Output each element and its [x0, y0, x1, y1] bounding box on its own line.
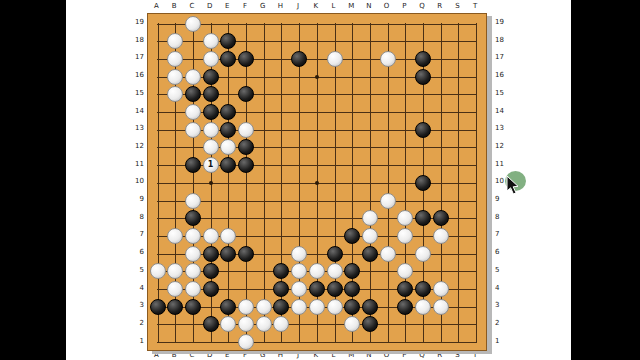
stone-black-N2[interactable] [362, 316, 378, 332]
coord-label-R: R [431, 351, 449, 360]
stone-black-E17[interactable] [220, 51, 236, 67]
coord-label-4: 4 [130, 284, 144, 293]
coord-label-M: M [342, 2, 360, 11]
stone-black-Q13[interactable] [415, 122, 431, 138]
stone-black-Q10[interactable] [415, 175, 431, 191]
star-point-D10 [209, 181, 213, 185]
coord-label-4: 4 [495, 284, 509, 293]
stone-black-D6[interactable] [203, 246, 219, 262]
coord-label-T: T [466, 2, 484, 11]
stone-white-F1[interactable] [238, 334, 254, 350]
coord-label-D: D [201, 351, 219, 360]
stone-white-M2[interactable] [344, 316, 360, 332]
stone-black-C3[interactable] [185, 299, 201, 315]
stone-white-P5[interactable] [397, 263, 413, 279]
stone-white-G2[interactable] [256, 316, 272, 332]
stone-black-M4[interactable] [344, 281, 360, 297]
stone-black-D4[interactable] [203, 281, 219, 297]
stone-white-D12[interactable] [203, 139, 219, 155]
coord-label-11: 11 [130, 160, 144, 169]
coord-label-J: J [289, 351, 307, 360]
stone-white-O17[interactable] [380, 51, 396, 67]
coord-label-F: F [236, 2, 254, 11]
stone-white-D7[interactable] [203, 228, 219, 244]
coord-label-19: 19 [495, 18, 509, 27]
stone-white-C7[interactable] [185, 228, 201, 244]
coord-label-G: G [254, 351, 272, 360]
stone-black-Q4[interactable] [415, 281, 431, 297]
coord-label-L: L [325, 2, 343, 11]
grid-line-horizontal [157, 342, 477, 343]
coord-label-Q: Q [413, 2, 431, 11]
stone-white-J4[interactable] [291, 281, 307, 297]
coord-label-12: 12 [130, 142, 144, 151]
coord-label-J: J [289, 2, 307, 11]
stone-white-J6[interactable] [291, 246, 307, 262]
coord-label-18: 18 [130, 36, 144, 45]
right-black-bar [571, 0, 640, 360]
coord-label-1: 1 [130, 337, 144, 346]
stone-black-N6[interactable] [362, 246, 378, 262]
stone-white-D18[interactable] [203, 33, 219, 49]
stone-white-Q6[interactable] [415, 246, 431, 262]
stone-black-H5[interactable] [273, 263, 289, 279]
stone-black-D15[interactable] [203, 86, 219, 102]
coord-label-Q: Q [413, 351, 431, 360]
stone-black-F11[interactable] [238, 157, 254, 173]
stone-black-E18[interactable] [220, 33, 236, 49]
coord-label-L: L [325, 351, 343, 360]
stone-white-J5[interactable] [291, 263, 307, 279]
coord-label-10: 10 [130, 177, 144, 186]
coord-label-15: 15 [495, 89, 509, 98]
coord-label-S: S [448, 351, 466, 360]
stone-black-H4[interactable] [273, 281, 289, 297]
stone-black-Q16[interactable] [415, 69, 431, 85]
stone-white-H2[interactable] [273, 316, 289, 332]
stone-white-D17[interactable] [203, 51, 219, 67]
coord-label-6: 6 [495, 248, 509, 257]
stone-white-B5[interactable] [167, 263, 183, 279]
star-point-K10 [315, 181, 319, 185]
stone-white-F3[interactable] [238, 299, 254, 315]
go-board[interactable]: 1 [147, 13, 487, 351]
stone-white-B17[interactable] [167, 51, 183, 67]
coord-label-P: P [395, 351, 413, 360]
stone-black-E13[interactable] [220, 122, 236, 138]
stone-black-D2[interactable] [203, 316, 219, 332]
left-black-bar [0, 0, 66, 360]
stone-white-R4[interactable] [433, 281, 449, 297]
stone-black-D14[interactable] [203, 104, 219, 120]
coord-label-B: B [165, 351, 183, 360]
coord-label-16: 16 [495, 71, 509, 80]
stone-white-R7[interactable] [433, 228, 449, 244]
stone-black-F17[interactable] [238, 51, 254, 67]
stone-white-K3[interactable] [309, 299, 325, 315]
coord-label-9: 9 [495, 195, 509, 204]
coord-label-D: D [201, 2, 219, 11]
stone-white-C13[interactable] [185, 122, 201, 138]
coord-label-H: H [271, 351, 289, 360]
coord-label-7: 7 [130, 230, 144, 239]
coord-label-2: 2 [130, 319, 144, 328]
stone-white-D11-move-1[interactable]: 1 [203, 157, 219, 173]
coord-label-N: N [360, 2, 378, 11]
screen: { "app": { "page_background": "#ffffff",… [0, 0, 640, 360]
stone-black-N3[interactable] [362, 299, 378, 315]
grid-line-horizontal [157, 201, 477, 202]
stone-black-Q8[interactable] [415, 210, 431, 226]
stone-black-E11[interactable] [220, 157, 236, 173]
coord-label-6: 6 [130, 248, 144, 257]
coord-label-P: P [395, 2, 413, 11]
stone-white-O6[interactable] [380, 246, 396, 262]
stone-black-E6[interactable] [220, 246, 236, 262]
coord-label-C: C [183, 2, 201, 11]
stone-black-R8[interactable] [433, 210, 449, 226]
coord-label-7: 7 [495, 230, 509, 239]
stone-black-D5[interactable] [203, 263, 219, 279]
stone-white-P7[interactable] [397, 228, 413, 244]
stone-white-K5[interactable] [309, 263, 325, 279]
coord-label-K: K [307, 351, 325, 360]
coord-label-O: O [378, 351, 396, 360]
coord-label-13: 13 [130, 124, 144, 133]
stone-white-E7[interactable] [220, 228, 236, 244]
coord-label-8: 8 [495, 213, 509, 222]
stone-white-G3[interactable] [256, 299, 272, 315]
coord-label-M: M [342, 351, 360, 360]
coord-label-H: H [271, 2, 289, 11]
stone-white-N8[interactable] [362, 210, 378, 226]
coord-label-14: 14 [495, 107, 509, 116]
stone-white-D13[interactable] [203, 122, 219, 138]
stone-black-D16[interactable] [203, 69, 219, 85]
stone-white-L5[interactable] [327, 263, 343, 279]
grid-line-vertical [388, 23, 389, 343]
stone-white-E2[interactable] [220, 316, 236, 332]
coord-label-K: K [307, 2, 325, 11]
mouse-cursor-icon [506, 176, 520, 196]
stone-white-B18[interactable] [167, 33, 183, 49]
stone-white-B4[interactable] [167, 281, 183, 297]
coord-label-12: 12 [495, 142, 509, 151]
stone-white-C9[interactable] [185, 193, 201, 209]
stone-white-L3[interactable] [327, 299, 343, 315]
stone-black-Q17[interactable] [415, 51, 431, 67]
coord-label-1: 1 [495, 337, 509, 346]
coord-label-T: T [466, 351, 484, 360]
coord-label-A: A [148, 351, 166, 360]
coord-label-E: E [218, 351, 236, 360]
grid-line-vertical [458, 23, 459, 343]
stone-white-O9[interactable] [380, 193, 396, 209]
stone-white-B16[interactable] [167, 69, 183, 85]
stone-white-R3[interactable] [433, 299, 449, 315]
coord-label-5: 5 [495, 266, 509, 275]
coord-label-14: 14 [130, 107, 144, 116]
coord-label-15: 15 [130, 89, 144, 98]
coord-label-16: 16 [130, 71, 144, 80]
stone-white-L17[interactable] [327, 51, 343, 67]
grid-line-vertical [370, 23, 371, 343]
coord-label-11: 11 [495, 160, 509, 169]
coord-label-R: R [431, 2, 449, 11]
stone-white-C16[interactable] [185, 69, 201, 85]
stone-black-E14[interactable] [220, 104, 236, 120]
stone-black-C8[interactable] [185, 210, 201, 226]
coord-label-8: 8 [130, 213, 144, 222]
stone-white-A5[interactable] [150, 263, 166, 279]
stone-black-F6[interactable] [238, 246, 254, 262]
coord-label-B: B [165, 2, 183, 11]
coord-label-E: E [218, 2, 236, 11]
stone-black-H3[interactable] [273, 299, 289, 315]
coord-label-O: O [378, 2, 396, 11]
coord-label-A: A [148, 2, 166, 11]
coord-label-3: 3 [495, 301, 509, 310]
coord-label-5: 5 [130, 266, 144, 275]
stone-black-A3[interactable] [150, 299, 166, 315]
coord-label-G: G [254, 2, 272, 11]
stone-black-L6[interactable] [327, 246, 343, 262]
coord-label-N: N [360, 351, 378, 360]
stone-black-P4[interactable] [397, 281, 413, 297]
stone-black-M7[interactable] [344, 228, 360, 244]
stone-black-E3[interactable] [220, 299, 236, 315]
stone-white-Q3[interactable] [415, 299, 431, 315]
stone-black-C11[interactable] [185, 157, 201, 173]
stone-white-C5[interactable] [185, 263, 201, 279]
stone-white-C14[interactable] [185, 104, 201, 120]
stone-white-F2[interactable] [238, 316, 254, 332]
coord-label-19: 19 [130, 18, 144, 27]
stone-black-B3[interactable] [167, 299, 183, 315]
stone-black-K4[interactable] [309, 281, 325, 297]
stone-black-F15[interactable] [238, 86, 254, 102]
stone-black-F12[interactable] [238, 139, 254, 155]
stone-black-L4[interactable] [327, 281, 343, 297]
stone-white-N7[interactable] [362, 228, 378, 244]
coord-label-17: 17 [495, 53, 509, 62]
coord-label-13: 13 [495, 124, 509, 133]
coord-label-C: C [183, 351, 201, 360]
stone-white-C19[interactable] [185, 16, 201, 32]
stone-black-J17[interactable] [291, 51, 307, 67]
stone-white-B15[interactable] [167, 86, 183, 102]
stone-white-P8[interactable] [397, 210, 413, 226]
stone-white-C4[interactable] [185, 281, 201, 297]
coord-label-18: 18 [495, 36, 509, 45]
coord-label-S: S [448, 2, 466, 11]
stone-black-M3[interactable] [344, 299, 360, 315]
stone-white-C6[interactable] [185, 246, 201, 262]
stone-black-P3[interactable] [397, 299, 413, 315]
stone-white-J3[interactable] [291, 299, 307, 315]
stone-white-B7[interactable] [167, 228, 183, 244]
coord-label-9: 9 [130, 195, 144, 204]
star-point-K16 [315, 75, 319, 79]
stone-black-M5[interactable] [344, 263, 360, 279]
coord-label-F: F [236, 351, 254, 360]
stone-white-F13[interactable] [238, 122, 254, 138]
stone-white-E12[interactable] [220, 139, 236, 155]
coord-label-3: 3 [130, 301, 144, 310]
coord-label-2: 2 [495, 319, 509, 328]
stone-black-C15[interactable] [185, 86, 201, 102]
coord-label-17: 17 [130, 53, 144, 62]
grid-line-vertical [476, 23, 477, 343]
